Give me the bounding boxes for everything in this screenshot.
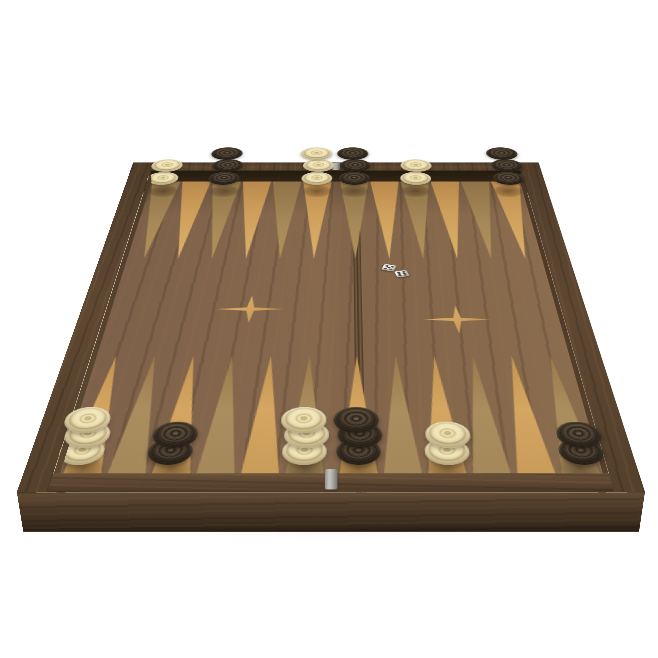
checker-light[interactable] (400, 159, 432, 172)
playing-field (56, 181, 607, 487)
checker-dark[interactable] (337, 147, 368, 159)
hinge-near (325, 469, 338, 489)
star-inlay-right (422, 306, 494, 334)
point (191, 304, 258, 487)
checker-dark[interactable] (340, 159, 371, 172)
point (338, 181, 374, 304)
checker-light[interactable] (301, 147, 333, 159)
checker-dark[interactable] (485, 147, 519, 159)
checker-light[interactable] (303, 159, 334, 172)
case-front-face (17, 492, 645, 532)
product-photo-scene (0, 0, 658, 658)
backgammon-board (19, 173, 643, 506)
checker-dark[interactable] (334, 407, 380, 433)
checker-dark[interactable] (210, 147, 243, 159)
